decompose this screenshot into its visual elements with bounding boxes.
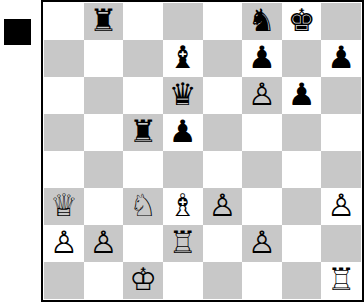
white-pawn[interactable]: ♙ [327, 190, 355, 221]
square-b7[interactable] [84, 40, 124, 77]
square-b1[interactable] [84, 262, 124, 299]
square-h8[interactable] [321, 3, 361, 40]
square-d3[interactable]: ♗ [163, 188, 203, 225]
square-d7[interactable]: ♝ [163, 40, 203, 77]
square-h4[interactable] [321, 151, 361, 188]
square-g7[interactable] [282, 40, 322, 77]
square-e6[interactable] [203, 77, 243, 114]
square-h1[interactable]: ♖ [321, 262, 361, 299]
square-f2[interactable]: ♙ [242, 225, 282, 262]
square-a3[interactable]: ♕ [44, 188, 84, 225]
white-rook[interactable]: ♖ [327, 264, 355, 295]
square-h7[interactable]: ♟ [321, 40, 361, 77]
square-f3[interactable] [242, 188, 282, 225]
black-knight[interactable]: ♞ [248, 5, 276, 36]
square-e2[interactable] [203, 225, 243, 262]
square-h5[interactable] [321, 114, 361, 151]
square-c7[interactable] [123, 40, 163, 77]
square-a1[interactable] [44, 262, 84, 299]
square-c8[interactable] [123, 3, 163, 40]
square-b4[interactable] [84, 151, 124, 188]
square-b2[interactable]: ♙ [84, 225, 124, 262]
black-bishop[interactable]: ♝ [169, 42, 197, 73]
square-d1[interactable] [163, 262, 203, 299]
square-a8[interactable] [44, 3, 84, 40]
white-queen[interactable]: ♕ [50, 190, 78, 221]
square-c4[interactable] [123, 151, 163, 188]
white-bishop[interactable]: ♗ [169, 190, 197, 221]
square-c6[interactable] [123, 77, 163, 114]
square-g5[interactable] [282, 114, 322, 151]
white-pawn[interactable]: ♙ [248, 79, 276, 110]
square-h2[interactable] [321, 225, 361, 262]
black-rook[interactable]: ♜ [90, 5, 118, 36]
white-rook[interactable]: ♖ [169, 227, 197, 258]
square-f6[interactable]: ♙ [242, 77, 282, 114]
white-pawn[interactable]: ♙ [50, 227, 78, 258]
square-f4[interactable] [242, 151, 282, 188]
square-e3[interactable]: ♙ [203, 188, 243, 225]
square-a6[interactable] [44, 77, 84, 114]
square-d2[interactable]: ♖ [163, 225, 203, 262]
white-pawn[interactable]: ♙ [208, 190, 236, 221]
square-g3[interactable] [282, 188, 322, 225]
black-rook[interactable]: ♜ [129, 116, 157, 147]
black-pawn[interactable]: ♟ [248, 42, 276, 73]
square-g4[interactable] [282, 151, 322, 188]
black-queen[interactable]: ♛ [169, 79, 197, 110]
white-knight[interactable]: ♘ [129, 190, 157, 221]
black-pawn[interactable]: ♟ [169, 116, 197, 147]
square-c1[interactable]: ♔ [123, 262, 163, 299]
square-g1[interactable] [282, 262, 322, 299]
square-c3[interactable]: ♘ [123, 188, 163, 225]
square-a7[interactable] [44, 40, 84, 77]
square-a5[interactable] [44, 114, 84, 151]
side-to-move-indicator [4, 19, 31, 45]
square-c5[interactable]: ♜ [123, 114, 163, 151]
square-h6[interactable] [321, 77, 361, 114]
square-d4[interactable] [163, 151, 203, 188]
square-a2[interactable]: ♙ [44, 225, 84, 262]
square-a4[interactable] [44, 151, 84, 188]
square-g2[interactable] [282, 225, 322, 262]
square-b3[interactable] [84, 188, 124, 225]
square-b8[interactable]: ♜ [84, 3, 124, 40]
square-b6[interactable] [84, 77, 124, 114]
square-h3[interactable]: ♙ [321, 188, 361, 225]
white-king[interactable]: ♔ [129, 264, 157, 295]
square-b5[interactable] [84, 114, 124, 151]
square-g6[interactable]: ♟ [282, 77, 322, 114]
black-king[interactable]: ♚ [288, 5, 316, 36]
square-c2[interactable] [123, 225, 163, 262]
square-e8[interactable] [203, 3, 243, 40]
square-e4[interactable] [203, 151, 243, 188]
square-e7[interactable] [203, 40, 243, 77]
white-pawn[interactable]: ♙ [248, 227, 276, 258]
chess-board: ♜♞♚♝♟♟♛♙♟♜♟♕♘♗♙♙♙♙♖♙♔♖ [41, 0, 364, 302]
square-e1[interactable] [203, 262, 243, 299]
square-g8[interactable]: ♚ [282, 3, 322, 40]
square-f7[interactable]: ♟ [242, 40, 282, 77]
black-pawn[interactable]: ♟ [288, 79, 316, 110]
square-f8[interactable]: ♞ [242, 3, 282, 40]
square-d8[interactable] [163, 3, 203, 40]
black-pawn[interactable]: ♟ [327, 42, 355, 73]
square-f1[interactable] [242, 262, 282, 299]
square-d5[interactable]: ♟ [163, 114, 203, 151]
square-e5[interactable] [203, 114, 243, 151]
square-d6[interactable]: ♛ [163, 77, 203, 114]
white-pawn[interactable]: ♙ [90, 227, 118, 258]
square-f5[interactable] [242, 114, 282, 151]
